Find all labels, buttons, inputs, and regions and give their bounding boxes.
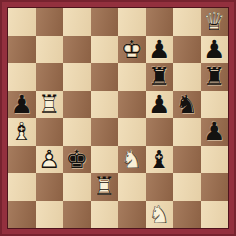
square-h6[interactable]: ♜ [201,63,229,91]
square-f6[interactable]: ♜ [146,63,174,91]
square-d1[interactable] [91,201,119,229]
square-a6[interactable] [8,63,36,91]
black-rook-piece: ♜ [146,63,174,91]
square-f4[interactable] [146,118,174,146]
square-c5[interactable] [63,91,91,119]
square-a4[interactable]: ♝♗ [8,118,36,146]
square-e5[interactable] [118,91,146,119]
square-h3[interactable] [201,146,229,174]
board-frame: ♛♕♚♔♟♟♜♜♟♜♖♟♞♝♗♟♟♙♚♞♘♝♜♖♞♘ [0,0,236,236]
square-d2[interactable]: ♜♖ [91,173,119,201]
square-a8[interactable] [8,8,36,36]
chess-board: ♛♕♚♔♟♟♜♜♟♜♖♟♞♝♗♟♟♙♚♞♘♝♜♖♞♘ [8,8,228,228]
white-queen-piece: ♛♕ [201,8,229,36]
square-g7[interactable] [173,36,201,64]
white-bishop-piece: ♝♗ [8,118,36,146]
black-bishop-piece: ♝ [146,146,174,174]
square-e6[interactable] [118,63,146,91]
black-pawn-piece: ♟ [146,36,174,64]
black-pawn-piece: ♟ [201,118,229,146]
white-rook-piece: ♜♖ [36,91,64,119]
square-g4[interactable] [173,118,201,146]
black-king-piece: ♚ [63,146,91,174]
square-c6[interactable] [63,63,91,91]
square-g5[interactable]: ♞ [173,91,201,119]
square-e4[interactable] [118,118,146,146]
square-e2[interactable] [118,173,146,201]
black-pawn-piece: ♟ [146,91,174,119]
square-c3[interactable]: ♚ [63,146,91,174]
square-b3[interactable]: ♟♙ [36,146,64,174]
square-f7[interactable]: ♟ [146,36,174,64]
square-g8[interactable] [173,8,201,36]
square-h2[interactable] [201,173,229,201]
square-h4[interactable]: ♟ [201,118,229,146]
square-a1[interactable] [8,201,36,229]
square-b1[interactable] [36,201,64,229]
square-a5[interactable]: ♟ [8,91,36,119]
square-b5[interactable]: ♜♖ [36,91,64,119]
square-b6[interactable] [36,63,64,91]
square-b2[interactable] [36,173,64,201]
white-king-piece: ♚♔ [118,36,146,64]
white-knight-piece: ♞♘ [118,146,146,174]
square-d3[interactable] [91,146,119,174]
square-f8[interactable] [146,8,174,36]
square-d4[interactable] [91,118,119,146]
white-rook-piece: ♜♖ [91,173,119,201]
square-e8[interactable] [118,8,146,36]
square-h5[interactable] [201,91,229,119]
square-c4[interactable] [63,118,91,146]
square-h8[interactable]: ♛♕ [201,8,229,36]
square-b4[interactable] [36,118,64,146]
square-f3[interactable]: ♝ [146,146,174,174]
square-d8[interactable] [91,8,119,36]
square-e3[interactable]: ♞♘ [118,146,146,174]
square-a2[interactable] [8,173,36,201]
square-f1[interactable]: ♞♘ [146,201,174,229]
square-c8[interactable] [63,8,91,36]
square-a7[interactable] [8,36,36,64]
square-d6[interactable] [91,63,119,91]
square-b7[interactable] [36,36,64,64]
square-f2[interactable] [146,173,174,201]
square-c7[interactable] [63,36,91,64]
square-b8[interactable] [36,8,64,36]
square-c1[interactable] [63,201,91,229]
black-rook-piece: ♜ [201,63,229,91]
black-pawn-piece: ♟ [201,36,229,64]
square-a3[interactable] [8,146,36,174]
square-d7[interactable] [91,36,119,64]
black-knight-piece: ♞ [173,91,201,119]
square-g1[interactable] [173,201,201,229]
square-g3[interactable] [173,146,201,174]
square-g6[interactable] [173,63,201,91]
black-pawn-piece: ♟ [8,91,36,119]
square-g2[interactable] [173,173,201,201]
square-f5[interactable]: ♟ [146,91,174,119]
square-c2[interactable] [63,173,91,201]
square-h1[interactable] [201,201,229,229]
white-knight-piece: ♞♘ [146,201,174,229]
square-e7[interactable]: ♚♔ [118,36,146,64]
square-h7[interactable]: ♟ [201,36,229,64]
white-pawn-piece: ♟♙ [36,146,64,174]
square-e1[interactable] [118,201,146,229]
square-d5[interactable] [91,91,119,119]
